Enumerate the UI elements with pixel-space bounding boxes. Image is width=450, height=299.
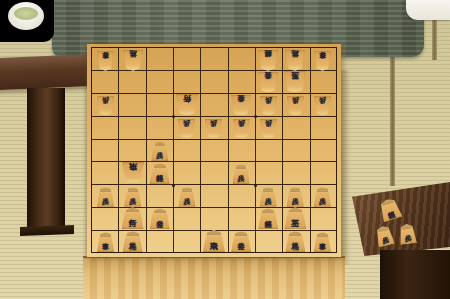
- komadai-left-top: [0, 54, 94, 90]
- piece-kanji: 兵: [292, 199, 299, 206]
- shogi-piece-lance-gote[interactable]: 香車: [97, 51, 114, 71]
- shogi-piece-lance-gote[interactable]: 香車: [314, 51, 331, 71]
- board-cell: [309, 207, 336, 230]
- piece-kanji: 将: [387, 210, 396, 219]
- board-cell: 歩兵: [173, 184, 200, 207]
- shogi-board: 香車桂馬銀将桂馬香車金将玉将歩兵角行金将歩兵歩兵歩兵歩兵歩兵歩兵歩兵歩兵飛車銀将…: [87, 44, 341, 257]
- shogi-piece-pawn-sente[interactable]: 歩兵: [287, 187, 304, 207]
- shogi-piece-pawn-gote[interactable]: 歩兵: [314, 96, 331, 116]
- board-cell: [255, 161, 282, 184]
- board-cell: 歩兵: [228, 116, 255, 139]
- board-cell: [92, 161, 119, 184]
- board-cell: [146, 229, 173, 252]
- piece-kanji: 馬: [129, 243, 137, 251]
- board-cell: [200, 139, 227, 162]
- board-cell: 桂馬: [119, 229, 146, 252]
- board-cell: [146, 71, 173, 94]
- tatami-seam: [432, 16, 437, 60]
- piece-kanji: 兵: [382, 237, 390, 245]
- board-grid: 香車桂馬銀将桂馬香車金将玉将歩兵角行金将歩兵歩兵歩兵歩兵歩兵歩兵歩兵歩兵飛車銀将…: [91, 47, 337, 253]
- board-cell: [119, 139, 146, 162]
- board-cell: [309, 71, 336, 94]
- board-cell: [173, 71, 200, 94]
- board-cell: 歩兵: [255, 116, 282, 139]
- shogi-piece-pawn-sente[interactable]: 歩兵: [233, 164, 250, 184]
- piece-kanji: 馬: [129, 50, 137, 58]
- shogi-piece-lance-sente[interactable]: 香車: [314, 232, 331, 252]
- shogi-piece-bishop-sente[interactable]: 角行: [122, 207, 144, 229]
- board-cell: [309, 139, 336, 162]
- piece-kanji: 兵: [319, 96, 326, 103]
- piece-kanji: 将: [291, 220, 299, 228]
- shogi-piece-pawn-gote[interactable]: 歩兵: [205, 119, 222, 139]
- board-front-face: [83, 256, 345, 299]
- board-cell: [146, 48, 173, 71]
- board-cell: [200, 48, 227, 71]
- board-cell: [173, 139, 200, 162]
- board-cell: [309, 161, 336, 184]
- board-cell: 銀将: [255, 48, 282, 71]
- board-cell: [282, 139, 309, 162]
- piece-kanji: 車: [129, 162, 137, 170]
- board-cell: 歩兵: [255, 93, 282, 116]
- board-cell: 銀将: [146, 161, 173, 184]
- piece-kanji: 将: [156, 221, 164, 229]
- board-cell: 金将: [146, 207, 173, 230]
- piece-kanji: 兵: [265, 199, 272, 206]
- board-cell: 歩兵: [92, 184, 119, 207]
- piece-kanji: 車: [102, 244, 109, 251]
- board-cell: 桂馬: [282, 48, 309, 71]
- board-cell: 桂馬: [282, 229, 309, 252]
- shogi-piece-knight-gote[interactable]: 桂馬: [123, 50, 143, 71]
- shogi-piece-pawn-gote[interactable]: 歩兵: [260, 96, 277, 116]
- board-cell: [228, 71, 255, 94]
- board-cell: 香車: [309, 48, 336, 71]
- piece-kanji: 兵: [102, 96, 109, 103]
- board-cell: 歩兵: [282, 184, 309, 207]
- shogi-piece-gold-gote[interactable]: 金将: [231, 95, 251, 116]
- shogi-piece-knight-sente[interactable]: 桂馬: [285, 231, 305, 252]
- white-cloth: [406, 0, 450, 20]
- piece-kanji: 将: [237, 243, 245, 251]
- shogi-piece-king-sente[interactable]: 王将: [284, 207, 306, 229]
- board-cell: [228, 139, 255, 162]
- board-cell: [92, 116, 119, 139]
- piece-kanji: 兵: [183, 119, 190, 126]
- board-cell: [146, 116, 173, 139]
- piece-kanji: 将: [264, 50, 272, 58]
- piece-kanji: 兵: [238, 176, 245, 183]
- shogi-piece-gold-sente[interactable]: 金将: [150, 208, 170, 229]
- board-cell: [228, 48, 255, 71]
- piece-kanji: 兵: [129, 199, 136, 206]
- shogi-piece-king-gote[interactable]: 玉将: [284, 71, 306, 93]
- shogi-piece-silver-gote[interactable]: 銀将: [258, 50, 278, 71]
- shogi-piece-pawn-gote[interactable]: 歩兵: [260, 119, 277, 139]
- shogi-piece-pawn-sente[interactable]: 歩兵: [260, 187, 277, 207]
- board-cell: 桂馬: [119, 48, 146, 71]
- board-cell: [200, 184, 227, 207]
- shogi-piece-bishop-gote[interactable]: 角行: [176, 94, 198, 116]
- shogi-piece-gold-gote[interactable]: 金将: [258, 72, 278, 93]
- piece-kanji: 車: [319, 51, 326, 58]
- shogi-piece-lance-sente[interactable]: 香車: [97, 232, 114, 252]
- board-cell: 角行: [173, 93, 200, 116]
- board-cell: 歩兵: [309, 93, 336, 116]
- board-cell: [282, 161, 309, 184]
- tea-surface: [14, 7, 38, 20]
- piece-kanji: 将: [156, 175, 164, 183]
- piece-kanji: 兵: [102, 199, 109, 206]
- board-cell: [200, 93, 227, 116]
- piece-kanji: 兵: [404, 236, 412, 244]
- shogi-piece-rook-gote[interactable]: 飛車: [122, 162, 144, 184]
- board-cell: [309, 116, 336, 139]
- board-cell: [173, 48, 200, 71]
- piece-kanji: 将: [291, 71, 299, 79]
- piece-kanji: 兵: [265, 96, 272, 103]
- board-cell: 金将: [228, 229, 255, 252]
- shogi-piece-gold-sente[interactable]: 金将: [231, 231, 251, 252]
- board-cell: 歩兵: [255, 184, 282, 207]
- board-cell: 歩兵: [282, 93, 309, 116]
- piece-kanji: 兵: [292, 96, 299, 103]
- board-cell: 香車: [92, 48, 119, 71]
- board-cell: [173, 161, 200, 184]
- board-cell: [228, 207, 255, 230]
- board-cell: 香車: [92, 229, 119, 252]
- piece-kanji: 車: [102, 51, 109, 58]
- board-cell: [228, 184, 255, 207]
- board-cell: 歩兵: [119, 184, 146, 207]
- shogi-piece-pawn-gote[interactable]: 歩兵: [97, 96, 114, 116]
- piece-kanji: 車: [210, 243, 218, 251]
- board-cell: 金将: [228, 93, 255, 116]
- shogi-piece-pawn-sente[interactable]: 歩兵: [124, 187, 141, 207]
- shogi-piece-pawn-sente[interactable]: 歩兵: [97, 187, 114, 207]
- piece-kanji: 馬: [292, 50, 300, 58]
- piece-kanji: 兵: [183, 199, 190, 206]
- board-cell: 歩兵: [146, 139, 173, 162]
- shogi-piece-rook-sente[interactable]: 飛車: [203, 230, 225, 252]
- board-cell: 歩兵: [173, 116, 200, 139]
- board-cell: 金将: [255, 71, 282, 94]
- board-cell: [200, 71, 227, 94]
- shogi-piece-pawn-sente[interactable]: 歩兵: [178, 187, 195, 207]
- piece-kanji: 兵: [238, 119, 245, 126]
- board-cell: [92, 71, 119, 94]
- shogi-piece-silver-sente[interactable]: 銀将: [150, 163, 170, 184]
- board-cell: 飛車: [200, 229, 227, 252]
- piece-kanji: 兵: [265, 119, 272, 126]
- board-cell: [173, 229, 200, 252]
- board-cell: [173, 207, 200, 230]
- board-cell: [92, 207, 119, 230]
- board-cell: 角行: [119, 207, 146, 230]
- piece-kanji: 兵: [156, 153, 163, 160]
- board-cell: 歩兵: [228, 161, 255, 184]
- shogi-piece-knight-sente[interactable]: 桂馬: [123, 231, 143, 252]
- shogi-piece-pawn-gote[interactable]: 歩兵: [233, 119, 250, 139]
- piece-kanji: 将: [264, 72, 272, 80]
- shogi-piece-knight-gote[interactable]: 桂馬: [285, 50, 305, 71]
- piece-kanji: 将: [264, 221, 272, 229]
- board-cell: 香車: [309, 229, 336, 252]
- piece-kanji: 兵: [319, 199, 326, 206]
- board-cell: 歩兵: [200, 116, 227, 139]
- board-cell: [146, 93, 173, 116]
- shogi-piece-pawn-gote[interactable]: 歩兵: [178, 119, 195, 139]
- shogi-piece-pawn-sente[interactable]: 歩兵: [314, 187, 331, 207]
- board-cell: 玉将: [282, 71, 309, 94]
- piece-kanji: 兵: [210, 119, 217, 126]
- board-cell: [92, 139, 119, 162]
- board-cell: [119, 116, 146, 139]
- shogi-piece-pawn-sente[interactable]: 歩兵: [151, 141, 168, 161]
- shogi-piece-silver-sente[interactable]: 銀将: [258, 208, 278, 229]
- board-cell: [119, 71, 146, 94]
- piece-kanji: 将: [237, 95, 245, 103]
- komadai-right-base: [380, 250, 450, 299]
- komadai-left-foot: [20, 225, 74, 236]
- board-cell: [255, 139, 282, 162]
- piece-kanji: 馬: [292, 243, 300, 251]
- board-cell: 王将: [282, 207, 309, 230]
- board-cell: [282, 116, 309, 139]
- board-cell: [146, 184, 173, 207]
- piece-kanji: 行: [183, 94, 191, 102]
- board-cell: 銀将: [255, 207, 282, 230]
- board-cell: [200, 161, 227, 184]
- piece-kanji: 行: [129, 220, 137, 228]
- shogi-scene: 香車桂馬銀将桂馬香車金将玉将歩兵角行金将歩兵歩兵歩兵歩兵歩兵歩兵歩兵歩兵飛車銀将…: [0, 0, 450, 299]
- board-cell: [255, 229, 282, 252]
- board-cell: 歩兵: [92, 93, 119, 116]
- piece-kanji: 車: [319, 244, 326, 251]
- board-cell: [119, 93, 146, 116]
- board-cell: 歩兵: [309, 184, 336, 207]
- board-cell: [200, 207, 227, 230]
- shogi-piece-pawn-gote[interactable]: 歩兵: [287, 96, 304, 116]
- komadai-left-leg: [27, 88, 65, 228]
- board-cell: 飛車: [119, 161, 146, 184]
